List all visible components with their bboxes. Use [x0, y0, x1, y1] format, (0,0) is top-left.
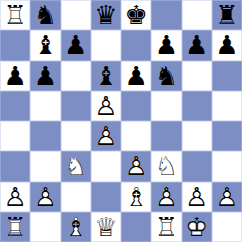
- square-g7[interactable]: ♟: [182, 30, 212, 60]
- square-c7[interactable]: ♟: [61, 30, 91, 60]
- square-a6[interactable]: ♟: [0, 61, 30, 91]
- black-pawn-glyph: ♟: [151, 30, 181, 60]
- white-rook-outline-glyph: ♖: [151, 212, 181, 242]
- black-pawn-glyph: ♟: [182, 30, 212, 60]
- white-rook-piece[interactable]: ♜♖: [0, 0, 30, 30]
- white-rook-outline-glyph: ♖: [0, 0, 30, 30]
- square-c1[interactable]: ♝♗: [61, 212, 91, 242]
- white-bishop-outline-glyph: ♗: [121, 182, 151, 212]
- white-pawn-outline-glyph: ♙: [182, 182, 212, 212]
- black-rook-piece[interactable]: ♜: [212, 0, 242, 30]
- square-g2[interactable]: ♟♙: [182, 182, 212, 212]
- black-pawn-glyph: ♟: [121, 61, 151, 91]
- square-d3[interactable]: [91, 151, 121, 181]
- square-c4[interactable]: [61, 121, 91, 151]
- black-pawn-piece[interactable]: ♟: [61, 30, 91, 60]
- white-queen-piece[interactable]: ♛♕: [91, 212, 121, 242]
- square-b4[interactable]: [30, 121, 60, 151]
- square-f3[interactable]: ♞♘: [151, 151, 181, 181]
- black-bishop-piece[interactable]: ♝: [91, 61, 121, 91]
- white-queen-outline-glyph: ♕: [91, 212, 121, 242]
- black-pawn-glyph: ♟: [0, 61, 30, 91]
- white-bishop-outline-glyph: ♗: [61, 212, 91, 242]
- white-rook-piece[interactable]: ♜♖: [151, 212, 181, 242]
- white-knight-piece[interactable]: ♞♘: [61, 151, 91, 181]
- black-king-piece[interactable]: ♚: [121, 0, 151, 30]
- black-pawn-piece[interactable]: ♟: [212, 30, 242, 60]
- square-h6[interactable]: [212, 61, 242, 91]
- square-c8[interactable]: [61, 0, 91, 30]
- white-pawn-outline-glyph: ♙: [91, 91, 121, 121]
- square-e4[interactable]: [121, 121, 151, 151]
- white-pawn-piece[interactable]: ♟♙: [182, 182, 212, 212]
- white-pawn-piece[interactable]: ♟♙: [151, 182, 181, 212]
- white-pawn-outline-glyph: ♙: [212, 182, 242, 212]
- black-knight-glyph: ♞: [30, 0, 60, 30]
- square-e2[interactable]: ♝♗: [121, 182, 151, 212]
- square-c2[interactable]: [61, 182, 91, 212]
- white-pawn-piece[interactable]: ♟♙: [0, 182, 30, 212]
- white-knight-outline-glyph: ♘: [61, 151, 91, 181]
- square-f1[interactable]: ♜♖: [151, 212, 181, 242]
- square-b5[interactable]: [30, 91, 60, 121]
- white-bishop-piece[interactable]: ♝♗: [61, 212, 91, 242]
- square-d7[interactable]: [91, 30, 121, 60]
- black-pawn-piece[interactable]: ♟: [151, 30, 181, 60]
- square-b6[interactable]: ♟: [30, 61, 60, 91]
- square-e1[interactable]: [121, 212, 151, 242]
- black-pawn-piece[interactable]: ♟: [182, 30, 212, 60]
- black-pawn-glyph: ♟: [212, 30, 242, 60]
- square-e7[interactable]: [121, 30, 151, 60]
- white-pawn-outline-glyph: ♙: [91, 121, 121, 151]
- square-a1[interactable]: ♜♖: [0, 212, 30, 242]
- square-b3[interactable]: [30, 151, 60, 181]
- square-c6[interactable]: [61, 61, 91, 91]
- square-g8[interactable]: [182, 0, 212, 30]
- square-h4[interactable]: [212, 121, 242, 151]
- white-pawn-piece[interactable]: ♟♙: [121, 151, 151, 181]
- square-f7[interactable]: ♟: [151, 30, 181, 60]
- square-h3[interactable]: [212, 151, 242, 181]
- square-f5[interactable]: [151, 91, 181, 121]
- square-d2[interactable]: [91, 182, 121, 212]
- white-pawn-piece[interactable]: ♟♙: [91, 121, 121, 151]
- square-h8[interactable]: ♜: [212, 0, 242, 30]
- white-rook-piece[interactable]: ♜♖: [0, 212, 30, 242]
- square-f4[interactable]: [151, 121, 181, 151]
- square-d5[interactable]: ♟♙: [91, 91, 121, 121]
- white-knight-outline-glyph: ♘: [151, 151, 181, 181]
- square-d1[interactable]: ♛♕: [91, 212, 121, 242]
- square-a2[interactable]: ♟♙: [0, 182, 30, 212]
- white-pawn-outline-glyph: ♙: [0, 182, 30, 212]
- black-knight-glyph: ♞: [151, 61, 181, 91]
- square-g1[interactable]: ♚♔: [182, 212, 212, 242]
- square-b2[interactable]: ♟♙: [30, 182, 60, 212]
- white-king-piece[interactable]: ♚♔: [182, 212, 212, 242]
- square-e8[interactable]: ♚: [121, 0, 151, 30]
- black-queen-piece[interactable]: ♛: [91, 0, 121, 30]
- chess-board: ♜♖♞♛♚♜♝♟♟♟♟♟♟♝♟♞♟♙♟♙♞♘♟♙♞♘♟♙♟♙♝♗♟♙♟♙♟♙♜♖…: [0, 0, 242, 242]
- black-bishop-piece[interactable]: ♝: [30, 30, 60, 60]
- square-b1[interactable]: [30, 212, 60, 242]
- square-d4[interactable]: ♟♙: [91, 121, 121, 151]
- white-king-outline-glyph: ♔: [182, 212, 212, 242]
- black-bishop-glyph: ♝: [30, 30, 60, 60]
- square-c3[interactable]: ♞♘: [61, 151, 91, 181]
- black-pawn-piece[interactable]: ♟: [30, 61, 60, 91]
- black-pawn-glyph: ♟: [61, 30, 91, 60]
- black-knight-piece[interactable]: ♞: [30, 0, 60, 30]
- white-pawn-outline-glyph: ♙: [30, 182, 60, 212]
- square-h2[interactable]: ♟♙: [212, 182, 242, 212]
- black-pawn-piece[interactable]: ♟: [121, 61, 151, 91]
- square-d6[interactable]: ♝: [91, 61, 121, 91]
- white-bishop-piece[interactable]: ♝♗: [121, 182, 151, 212]
- black-king-glyph: ♚: [121, 0, 151, 30]
- black-pawn-glyph: ♟: [30, 61, 60, 91]
- white-pawn-outline-glyph: ♙: [151, 182, 181, 212]
- white-pawn-piece[interactable]: ♟♙: [212, 182, 242, 212]
- square-a7[interactable]: [0, 30, 30, 60]
- square-a8[interactable]: ♜♖: [0, 0, 30, 30]
- square-g6[interactable]: [182, 61, 212, 91]
- square-g5[interactable]: [182, 91, 212, 121]
- square-h1[interactable]: [212, 212, 242, 242]
- square-g4[interactable]: [182, 121, 212, 151]
- black-pawn-piece[interactable]: ♟: [0, 61, 30, 91]
- white-rook-outline-glyph: ♖: [0, 212, 30, 242]
- square-b8[interactable]: ♞: [30, 0, 60, 30]
- square-h7[interactable]: ♟: [212, 30, 242, 60]
- square-e5[interactable]: [121, 91, 151, 121]
- square-e3[interactable]: ♟♙: [121, 151, 151, 181]
- black-rook-glyph: ♜: [212, 0, 242, 30]
- square-e6[interactable]: ♟: [121, 61, 151, 91]
- square-f2[interactable]: ♟♙: [151, 182, 181, 212]
- square-a4[interactable]: [0, 121, 30, 151]
- square-f6[interactable]: ♞: [151, 61, 181, 91]
- black-queen-glyph: ♛: [91, 0, 121, 30]
- chess-board-panel: ♜♖♞♛♚♜♝♟♟♟♟♟♟♝♟♞♟♙♟♙♞♘♟♙♞♘♟♙♟♙♝♗♟♙♟♙♟♙♜♖…: [0, 0, 242, 242]
- square-d8[interactable]: ♛: [91, 0, 121, 30]
- black-knight-piece[interactable]: ♞: [151, 61, 181, 91]
- white-knight-piece[interactable]: ♞♘: [151, 151, 181, 181]
- white-pawn-piece[interactable]: ♟♙: [30, 182, 60, 212]
- black-bishop-glyph: ♝: [91, 61, 121, 91]
- square-c5[interactable]: [61, 91, 91, 121]
- square-a3[interactable]: [0, 151, 30, 181]
- square-a5[interactable]: [0, 91, 30, 121]
- square-h5[interactable]: [212, 91, 242, 121]
- white-pawn-piece[interactable]: ♟♙: [91, 91, 121, 121]
- white-pawn-outline-glyph: ♙: [121, 151, 151, 181]
- square-b7[interactable]: ♝: [30, 30, 60, 60]
- square-f8[interactable]: [151, 0, 181, 30]
- square-g3[interactable]: [182, 151, 212, 181]
